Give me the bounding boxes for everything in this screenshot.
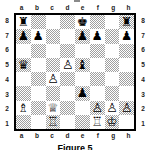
rank-label-7: 7	[138, 28, 148, 43]
square-h5[interactable]	[119, 58, 134, 72]
black-rook[interactable]: ♜	[18, 15, 29, 29]
file-label-f: f	[90, 132, 105, 140]
black-pawn[interactable]: ♟	[77, 86, 88, 100]
rank-label-3: 3	[2, 87, 12, 102]
square-g8[interactable]	[105, 15, 120, 29]
square-d5[interactable]: ♙	[60, 58, 75, 72]
file-label-g: g	[106, 132, 121, 140]
rank-label-6: 6	[2, 43, 12, 58]
file-label-e: e	[75, 4, 90, 12]
rank-label-3: 3	[138, 87, 148, 102]
file-label-h: h	[121, 132, 136, 140]
square-d4[interactable]	[60, 72, 75, 86]
file-label-d: d	[60, 4, 75, 12]
square-c4[interactable]: ♙	[46, 72, 61, 86]
square-b6[interactable]	[31, 44, 46, 58]
white-pawn[interactable]: ♙	[92, 100, 103, 114]
white-rook[interactable]: ♖	[47, 114, 58, 128]
square-h6[interactable]	[119, 44, 134, 58]
square-b1[interactable]	[31, 115, 46, 129]
rank-label-1: 1	[2, 116, 12, 131]
rank-label-8: 8	[138, 13, 148, 28]
chess-diagram: abcdefgh 87654321 ♜♚♜♟♟♟♟♟♛♙♝♙♟♗♕♙♙♙♖♖♔ …	[0, 0, 150, 150]
file-label-d: d	[60, 132, 75, 140]
square-f6[interactable]	[90, 44, 105, 58]
square-e7[interactable]: ♟	[75, 29, 90, 43]
rank-label-1: 1	[138, 116, 148, 131]
white-pawn[interactable]: ♙	[47, 72, 58, 86]
rank-label-2: 2	[2, 102, 12, 117]
square-f1[interactable]: ♖	[90, 115, 105, 129]
white-bishop[interactable]: ♗	[18, 100, 29, 114]
square-e3[interactable]: ♟	[75, 86, 90, 100]
clipped-text-fragment-top	[74, 0, 80, 2]
square-h1[interactable]	[119, 115, 134, 129]
rank-labels-left: 87654321	[2, 13, 12, 131]
square-h2[interactable]: ♙	[119, 101, 134, 115]
file-labels-bottom: abcdefgh	[14, 132, 136, 140]
square-h4[interactable]	[119, 72, 134, 86]
black-queen[interactable]: ♛	[18, 57, 29, 71]
square-g6[interactable]	[105, 44, 120, 58]
chess-board: ♜♚♜♟♟♟♟♟♛♙♝♙♟♗♕♙♙♙♖♖♔	[14, 13, 136, 131]
file-label-c: c	[45, 132, 60, 140]
file-label-g: g	[106, 4, 121, 12]
white-pawn[interactable]: ♙	[106, 100, 117, 114]
file-label-f: f	[90, 4, 105, 12]
file-label-e: e	[75, 132, 90, 140]
file-labels-top: abcdefgh	[14, 4, 136, 12]
rank-label-5: 5	[2, 57, 12, 72]
white-rook[interactable]: ♖	[92, 114, 103, 128]
square-f7[interactable]: ♟	[90, 29, 105, 43]
square-g5[interactable]	[105, 58, 120, 72]
rank-label-4: 4	[2, 72, 12, 87]
rank-label-5: 5	[138, 57, 148, 72]
square-b7[interactable]: ♟	[31, 29, 46, 43]
square-c7[interactable]	[46, 29, 61, 43]
white-queen[interactable]: ♕	[47, 100, 58, 114]
rank-label-2: 2	[138, 102, 148, 117]
square-c6[interactable]	[46, 44, 61, 58]
square-e5[interactable]: ♝	[75, 58, 90, 72]
square-b2[interactable]	[31, 101, 46, 115]
square-e2[interactable]	[75, 101, 90, 115]
square-d1[interactable]	[60, 115, 75, 129]
square-c1[interactable]: ♖	[46, 115, 61, 129]
black-pawn[interactable]: ♟	[92, 29, 103, 43]
square-d2[interactable]	[60, 101, 75, 115]
square-g4[interactable]	[105, 72, 120, 86]
rank-label-4: 4	[138, 72, 148, 87]
black-rook[interactable]: ♜	[121, 15, 132, 29]
black-pawn[interactable]: ♟	[33, 29, 44, 43]
square-g1[interactable]: ♔	[105, 115, 120, 129]
figure-caption: Figure 5	[0, 143, 150, 150]
black-bishop[interactable]: ♝	[77, 57, 88, 71]
black-pawn[interactable]: ♟	[121, 29, 132, 43]
rank-label-8: 8	[2, 13, 12, 28]
file-label-h: h	[121, 4, 136, 12]
file-label-b: b	[29, 4, 44, 12]
square-h7[interactable]: ♟	[119, 29, 134, 43]
square-a1[interactable]	[16, 115, 31, 129]
square-b3[interactable]	[31, 86, 46, 100]
square-f4[interactable]	[90, 72, 105, 86]
file-label-c: c	[45, 4, 60, 12]
file-label-a: a	[14, 4, 29, 12]
white-pawn[interactable]: ♙	[62, 57, 73, 71]
square-g7[interactable]	[105, 29, 120, 43]
square-f5[interactable]	[90, 58, 105, 72]
rank-labels-right: 87654321	[138, 13, 148, 131]
square-d3[interactable]	[60, 86, 75, 100]
square-d7[interactable]	[60, 29, 75, 43]
square-a5[interactable]: ♛	[16, 58, 31, 72]
file-label-b: b	[29, 132, 44, 140]
square-d8[interactable]	[60, 15, 75, 29]
white-pawn[interactable]: ♙	[121, 100, 132, 114]
black-king[interactable]: ♚	[77, 15, 88, 29]
square-c8[interactable]	[46, 15, 61, 29]
black-pawn[interactable]: ♟	[18, 29, 29, 43]
square-a4[interactable]	[16, 72, 31, 86]
square-a2[interactable]: ♗	[16, 101, 31, 115]
rank-label-6: 6	[138, 43, 148, 58]
white-king[interactable]: ♔	[106, 114, 117, 128]
rank-label-7: 7	[2, 28, 12, 43]
square-b5[interactable]	[31, 58, 46, 72]
square-b4[interactable]	[31, 72, 46, 86]
square-e1[interactable]	[75, 115, 90, 129]
black-pawn[interactable]: ♟	[77, 29, 88, 43]
file-label-a: a	[14, 132, 29, 140]
square-a7[interactable]: ♟	[16, 29, 31, 43]
